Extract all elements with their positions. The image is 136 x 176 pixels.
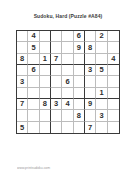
cell-r7c1: 7 bbox=[17, 99, 28, 110]
cell-r2c5 bbox=[62, 42, 73, 53]
cell-r3c1: 8 bbox=[17, 54, 28, 65]
sudoku-grid: 4625988174635361783498357 bbox=[16, 30, 120, 134]
cell-r8c8: 3 bbox=[96, 110, 107, 121]
cell-r2c2: 5 bbox=[28, 42, 39, 53]
cell-r6c5 bbox=[62, 88, 73, 99]
footer-url: www.printsudoku.com bbox=[17, 166, 50, 170]
cell-r4c3 bbox=[40, 65, 51, 76]
cell-r8c9 bbox=[108, 110, 119, 121]
cell-r8c7 bbox=[85, 110, 96, 121]
cell-r6c8: 1 bbox=[96, 88, 107, 99]
cell-r6c1 bbox=[17, 88, 28, 99]
page-title: Sudoku, Hard (Puzzle #A84) bbox=[0, 13, 136, 19]
cell-r8c3 bbox=[40, 110, 51, 121]
cell-r5c6 bbox=[74, 76, 85, 87]
cell-r9c4 bbox=[51, 122, 62, 133]
cell-r9c5 bbox=[62, 122, 73, 133]
cell-r1c1 bbox=[17, 31, 28, 42]
cell-r9c8 bbox=[96, 122, 107, 133]
cell-r4c2: 6 bbox=[28, 65, 39, 76]
cell-r5c4 bbox=[51, 76, 62, 87]
cell-r1c7 bbox=[85, 31, 96, 42]
cell-r3c5 bbox=[62, 54, 73, 65]
cell-r1c3 bbox=[40, 31, 51, 42]
cell-r6c3 bbox=[40, 88, 51, 99]
cell-r4c8: 5 bbox=[96, 65, 107, 76]
cell-r4c4 bbox=[51, 65, 62, 76]
cell-r9c2 bbox=[28, 122, 39, 133]
cell-r5c8 bbox=[96, 76, 107, 87]
cell-r1c5 bbox=[62, 31, 73, 42]
cell-r6c4 bbox=[51, 88, 62, 99]
cell-r9c9 bbox=[108, 122, 119, 133]
cell-r1c9 bbox=[108, 31, 119, 42]
cell-r7c3: 8 bbox=[40, 99, 51, 110]
cell-r9c1: 5 bbox=[17, 122, 28, 133]
cell-r3c4: 7 bbox=[51, 54, 62, 65]
cell-r5c2 bbox=[28, 76, 39, 87]
cell-r9c7: 7 bbox=[85, 122, 96, 133]
cell-r8c6: 8 bbox=[74, 110, 85, 121]
cell-r2c1 bbox=[17, 42, 28, 53]
cell-r6c2 bbox=[28, 88, 39, 99]
cell-r3c3: 1 bbox=[40, 54, 51, 65]
cell-r2c6: 9 bbox=[74, 42, 85, 53]
cell-r7c9 bbox=[108, 99, 119, 110]
cell-r4c9 bbox=[108, 65, 119, 76]
cell-r2c4 bbox=[51, 42, 62, 53]
cell-r1c6: 6 bbox=[74, 31, 85, 42]
cell-r9c6 bbox=[74, 122, 85, 133]
cell-r6c9 bbox=[108, 88, 119, 99]
cell-r4c7: 3 bbox=[85, 65, 96, 76]
cell-r5c9 bbox=[108, 76, 119, 87]
cell-r2c9 bbox=[108, 42, 119, 53]
cell-r2c7: 8 bbox=[85, 42, 96, 53]
cell-r2c3 bbox=[40, 42, 51, 53]
cell-r3c2 bbox=[28, 54, 39, 65]
cell-r5c1: 3 bbox=[17, 76, 28, 87]
cell-r1c2: 4 bbox=[28, 31, 39, 42]
cell-r2c8 bbox=[96, 42, 107, 53]
cell-r8c4 bbox=[51, 110, 62, 121]
cell-r3c6 bbox=[74, 54, 85, 65]
cell-r1c4 bbox=[51, 31, 62, 42]
cell-r8c2 bbox=[28, 110, 39, 121]
cell-r9c3 bbox=[40, 122, 51, 133]
cell-r3c8 bbox=[96, 54, 107, 65]
cell-r3c9: 4 bbox=[108, 54, 119, 65]
cell-r6c7 bbox=[85, 88, 96, 99]
cell-r7c2 bbox=[28, 99, 39, 110]
cell-r5c3 bbox=[40, 76, 51, 87]
cell-r4c6 bbox=[74, 65, 85, 76]
cell-r1c8: 2 bbox=[96, 31, 107, 42]
cell-r6c6 bbox=[74, 88, 85, 99]
cell-r4c5 bbox=[62, 65, 73, 76]
cell-r8c5 bbox=[62, 110, 73, 121]
cell-r7c7: 9 bbox=[85, 99, 96, 110]
cell-r5c7 bbox=[85, 76, 96, 87]
cell-r7c5: 4 bbox=[62, 99, 73, 110]
cell-r8c1 bbox=[17, 110, 28, 121]
cell-r7c4: 3 bbox=[51, 99, 62, 110]
cell-r7c6 bbox=[74, 99, 85, 110]
cell-r3c7 bbox=[85, 54, 96, 65]
cell-r7c8 bbox=[96, 99, 107, 110]
cell-r4c1 bbox=[17, 65, 28, 76]
cell-r5c5: 6 bbox=[62, 76, 73, 87]
